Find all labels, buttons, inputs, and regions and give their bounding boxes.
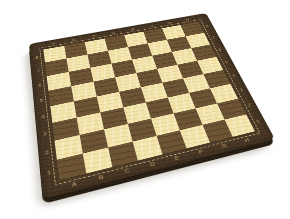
product-photo-scene: ABCDEFGH ABCDEFGH 87654321 87654321 [0,0,290,219]
rank-label-left-1: 1 [42,160,57,184]
